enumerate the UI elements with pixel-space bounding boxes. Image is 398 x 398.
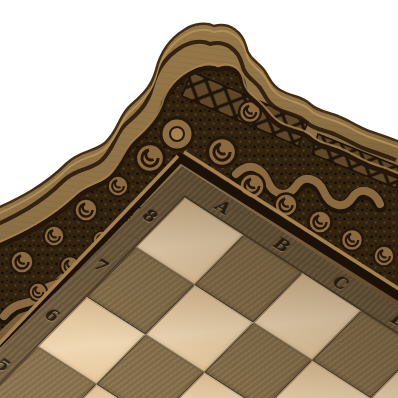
file-label-a: A	[211, 197, 236, 218]
wave-scroll-right	[236, 167, 380, 207]
board-grid	[0, 198, 398, 398]
corner-boss	[161, 118, 193, 150]
file-label-b: B	[269, 234, 295, 256]
photo-stage: ABCD 8765	[0, 0, 398, 398]
lattice-band	[182, 72, 308, 146]
file-label-c: C	[328, 272, 353, 294]
lattice-band	[312, 134, 398, 188]
chess-board: ABCD 8765	[0, 165, 398, 398]
